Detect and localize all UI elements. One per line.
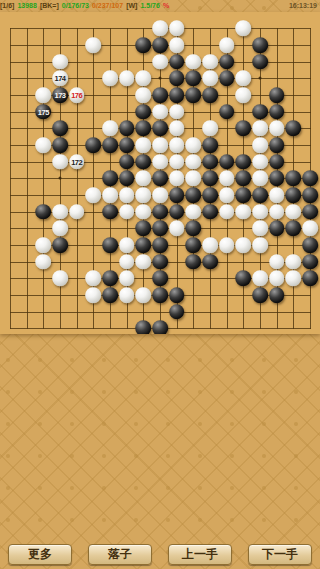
black-stone xyxy=(202,187,218,203)
black-stone xyxy=(52,87,68,103)
white-stone xyxy=(269,187,285,203)
white-stone xyxy=(119,287,135,303)
white-stone xyxy=(136,170,152,186)
white-stone xyxy=(86,287,102,303)
star-point xyxy=(58,177,61,180)
black-stone xyxy=(169,71,185,87)
black-stone xyxy=(302,270,318,286)
white-stone xyxy=(269,254,285,270)
black-stone xyxy=(152,270,168,286)
black-stone xyxy=(119,154,135,170)
bottom-toolbar: 更多 落子 上一手 下一手 xyxy=(0,542,320,566)
black-stone xyxy=(286,220,302,236)
black-stone xyxy=(236,154,252,170)
black-stone xyxy=(152,237,168,253)
white-stone xyxy=(252,270,268,286)
white-stone xyxy=(152,137,168,153)
black-stone xyxy=(136,220,152,236)
white-stone xyxy=(119,187,135,203)
white-stone xyxy=(236,204,252,220)
white-stone xyxy=(252,220,268,236)
status-segment: 13988 xyxy=(17,2,36,9)
black-stone xyxy=(302,170,318,186)
black-stone xyxy=(236,270,252,286)
status-segment: [W] xyxy=(126,2,137,9)
status-segment: [1/6] xyxy=(0,2,14,9)
white-stone xyxy=(152,54,168,70)
more-button[interactable]: 更多 xyxy=(8,544,72,565)
status-segment: 0/176/73 xyxy=(62,2,89,9)
black-stone xyxy=(52,237,68,253)
white-stone xyxy=(152,104,168,120)
black-stone xyxy=(136,237,152,253)
white-stone xyxy=(119,71,135,87)
black-stone xyxy=(269,137,285,153)
black-stone xyxy=(186,237,202,253)
white-stone xyxy=(119,254,135,270)
white-stone xyxy=(102,71,118,87)
white-stone xyxy=(136,71,152,87)
white-stone xyxy=(269,270,285,286)
white-stone xyxy=(36,87,52,103)
white-stone xyxy=(136,287,152,303)
white-stone xyxy=(169,120,185,136)
white-stone xyxy=(219,187,235,203)
black-stone xyxy=(236,120,252,136)
black-stone xyxy=(86,137,102,153)
black-stone xyxy=(152,204,168,220)
black-stone xyxy=(169,54,185,70)
black-stone xyxy=(186,71,202,87)
black-stone xyxy=(236,187,252,203)
black-stone xyxy=(202,254,218,270)
black-stone xyxy=(219,54,235,70)
black-stone xyxy=(169,187,185,203)
black-stone xyxy=(102,204,118,220)
black-stone xyxy=(169,304,185,320)
black-stone xyxy=(302,254,318,270)
white-stone xyxy=(119,237,135,253)
white-stone xyxy=(252,204,268,220)
next-move-button[interactable]: 下一手 xyxy=(248,544,312,565)
white-stone xyxy=(236,237,252,253)
black-stone xyxy=(119,170,135,186)
black-stone xyxy=(286,120,302,136)
black-stone xyxy=(302,187,318,203)
black-stone xyxy=(286,187,302,203)
white-stone xyxy=(269,204,285,220)
white-stone xyxy=(269,120,285,136)
white-stone xyxy=(202,120,218,136)
white-stone xyxy=(252,154,268,170)
white-stone xyxy=(169,220,185,236)
white-stone xyxy=(119,270,135,286)
white-stone xyxy=(169,37,185,53)
black-stone xyxy=(202,87,218,103)
black-stone xyxy=(136,104,152,120)
black-stone xyxy=(52,137,68,153)
white-stone xyxy=(186,154,202,170)
black-stone xyxy=(219,71,235,87)
prev-move-button[interactable]: 上一手 xyxy=(168,544,232,565)
black-stone xyxy=(152,87,168,103)
white-stone xyxy=(236,87,252,103)
white-stone xyxy=(286,254,302,270)
white-stone xyxy=(302,220,318,236)
black-stone xyxy=(102,137,118,153)
black-stone xyxy=(152,37,168,53)
black-stone xyxy=(252,54,268,70)
white-stone xyxy=(169,21,185,37)
white-stone xyxy=(219,204,235,220)
white-stone xyxy=(236,71,252,87)
black-stone xyxy=(36,204,52,220)
status-segment: 1.5/76 xyxy=(140,2,159,9)
black-stone xyxy=(269,104,285,120)
white-stone xyxy=(286,270,302,286)
white-stone xyxy=(186,54,202,70)
black-stone xyxy=(102,287,118,303)
black-stone xyxy=(136,37,152,53)
black-stone xyxy=(152,254,168,270)
black-stone xyxy=(36,104,52,120)
white-stone xyxy=(252,237,268,253)
white-stone xyxy=(136,204,152,220)
white-stone xyxy=(286,204,302,220)
black-stone xyxy=(136,320,152,334)
black-stone xyxy=(152,287,168,303)
black-stone xyxy=(252,187,268,203)
black-stone xyxy=(219,154,235,170)
white-stone xyxy=(236,21,252,37)
white-stone xyxy=(102,120,118,136)
black-stone xyxy=(152,320,168,334)
white-stone xyxy=(36,237,52,253)
white-stone xyxy=(102,187,118,203)
star-point xyxy=(158,77,161,80)
white-stone xyxy=(252,120,268,136)
white-stone xyxy=(36,137,52,153)
white-stone xyxy=(152,154,168,170)
white-stone xyxy=(169,137,185,153)
black-stone xyxy=(219,104,235,120)
white-stone xyxy=(219,237,235,253)
play-stone-button[interactable]: 落子 xyxy=(88,544,152,565)
white-stone xyxy=(202,54,218,70)
black-stone xyxy=(169,87,185,103)
status-segment: % xyxy=(163,2,169,9)
white-stone xyxy=(136,254,152,270)
black-stone xyxy=(119,120,135,136)
white-stone xyxy=(169,104,185,120)
white-stone xyxy=(52,220,68,236)
black-stone xyxy=(119,137,135,153)
status-segment: 0/237/107 xyxy=(92,2,123,9)
white-stone xyxy=(119,204,135,220)
black-stone xyxy=(136,154,152,170)
white-stone xyxy=(69,87,85,103)
white-stone xyxy=(36,254,52,270)
black-stone xyxy=(202,170,218,186)
white-stone xyxy=(69,204,85,220)
black-stone xyxy=(186,220,202,236)
white-stone xyxy=(52,270,68,286)
black-stone xyxy=(269,220,285,236)
black-stone xyxy=(202,154,218,170)
black-stone xyxy=(186,87,202,103)
white-stone xyxy=(52,154,68,170)
white-stone xyxy=(136,187,152,203)
black-stone xyxy=(302,204,318,220)
black-stone xyxy=(186,187,202,203)
black-stone xyxy=(152,170,168,186)
white-stone xyxy=(86,270,102,286)
status-segment: [BK=] xyxy=(40,2,59,9)
black-stone xyxy=(102,270,118,286)
status-debug-text: [1/6]13988[BK=]0/176/730/237/107[W]1.5/7… xyxy=(0,2,172,9)
black-stone xyxy=(236,170,252,186)
black-stone xyxy=(186,254,202,270)
black-stone xyxy=(269,154,285,170)
star-point xyxy=(258,77,261,80)
white-stone xyxy=(136,87,152,103)
white-stone xyxy=(152,21,168,37)
black-stone xyxy=(202,204,218,220)
black-stone xyxy=(252,104,268,120)
black-stone xyxy=(169,287,185,303)
black-stone xyxy=(52,120,68,136)
black-stone xyxy=(302,237,318,253)
black-stone xyxy=(252,37,268,53)
black-stone xyxy=(252,287,268,303)
white-stone xyxy=(169,154,185,170)
white-stone xyxy=(69,154,85,170)
board-grid-line xyxy=(10,312,311,313)
black-stone xyxy=(169,204,185,220)
status-bar: [1/6]13988[BK=]0/176/730/237/107[W]1.5/7… xyxy=(0,0,320,12)
white-stone xyxy=(86,187,102,203)
black-stone xyxy=(136,120,152,136)
black-stone xyxy=(202,137,218,153)
white-stone xyxy=(202,237,218,253)
white-stone xyxy=(252,137,268,153)
white-stone xyxy=(219,37,235,53)
black-stone xyxy=(102,237,118,253)
go-app-screen: { "game": "go", "statusbar": { "segments… xyxy=(0,0,320,569)
black-stone xyxy=(269,87,285,103)
white-stone xyxy=(186,170,202,186)
white-stone xyxy=(219,170,235,186)
white-stone xyxy=(202,71,218,87)
black-stone xyxy=(286,170,302,186)
white-stone xyxy=(152,187,168,203)
status-clock: 16:13:19 xyxy=(289,0,317,12)
white-stone xyxy=(252,170,268,186)
black-stone xyxy=(102,170,118,186)
white-stone xyxy=(86,37,102,53)
black-stone xyxy=(269,287,285,303)
board-surface[interactable]: 174173176175172 xyxy=(0,12,320,334)
white-stone xyxy=(52,71,68,87)
black-stone xyxy=(152,220,168,236)
white-stone xyxy=(186,204,202,220)
black-stone xyxy=(152,120,168,136)
white-stone xyxy=(169,170,185,186)
white-stone xyxy=(136,137,152,153)
white-stone xyxy=(52,54,68,70)
white-stone xyxy=(52,204,68,220)
black-stone xyxy=(269,170,285,186)
white-stone xyxy=(186,137,202,153)
